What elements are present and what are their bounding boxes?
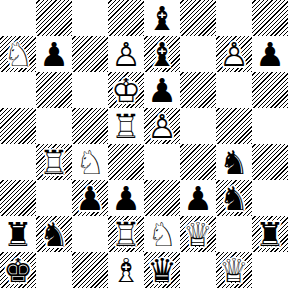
piece-glyph: ♞ bbox=[36, 216, 72, 252]
square-a2[interactable]: ♜♜ bbox=[0, 216, 36, 252]
square-c8[interactable] bbox=[72, 0, 108, 36]
square-a6[interactable] bbox=[0, 72, 36, 108]
piece-glyph: ♜ bbox=[252, 216, 288, 252]
piece-glyph: ♟ bbox=[72, 180, 108, 216]
white-knight-icon[interactable]: ♞♘ bbox=[0, 36, 36, 72]
piece-glyph: ♙ bbox=[144, 108, 180, 144]
square-g3[interactable]: ♞♞ bbox=[216, 180, 252, 216]
square-e4[interactable] bbox=[144, 144, 180, 180]
piece-glyph: ♖ bbox=[108, 108, 144, 144]
square-d8[interactable] bbox=[108, 0, 144, 36]
square-c7[interactable] bbox=[72, 36, 108, 72]
piece-glyph: ♟ bbox=[144, 72, 180, 108]
square-d2[interactable]: ♜♖ bbox=[108, 216, 144, 252]
square-h2[interactable]: ♜♜ bbox=[252, 216, 288, 252]
square-d3[interactable]: ♟♟ bbox=[108, 180, 144, 216]
white-queen-icon[interactable]: ♛♕ bbox=[216, 252, 252, 288]
piece-glyph: ♘ bbox=[0, 36, 36, 72]
square-e7[interactable]: ♝♝ bbox=[144, 36, 180, 72]
square-d1[interactable]: ♝♗ bbox=[108, 252, 144, 288]
square-f8[interactable] bbox=[180, 0, 216, 36]
square-h3[interactable] bbox=[252, 180, 288, 216]
square-f2[interactable]: ♛♕ bbox=[180, 216, 216, 252]
piece-glyph: ♞ bbox=[216, 180, 252, 216]
black-pawn-icon[interactable]: ♟♟ bbox=[252, 36, 288, 72]
square-c4[interactable]: ♞♘ bbox=[72, 144, 108, 180]
black-knight-icon[interactable]: ♞♞ bbox=[36, 216, 72, 252]
square-a4[interactable] bbox=[0, 144, 36, 180]
white-knight-icon[interactable]: ♞♘ bbox=[72, 144, 108, 180]
white-pawn-icon[interactable]: ♟♙ bbox=[108, 36, 144, 72]
black-king-icon[interactable]: ♚♚ bbox=[0, 252, 36, 288]
black-pawn-icon[interactable]: ♟♟ bbox=[144, 72, 180, 108]
piece-glyph: ♟ bbox=[252, 36, 288, 72]
piece-glyph: ♝ bbox=[144, 0, 180, 36]
square-g8[interactable] bbox=[216, 0, 252, 36]
square-e5[interactable]: ♟♙ bbox=[144, 108, 180, 144]
square-b8[interactable] bbox=[36, 0, 72, 36]
piece-glyph: ♔ bbox=[108, 72, 144, 108]
square-c5[interactable] bbox=[72, 108, 108, 144]
square-b4[interactable]: ♜♖ bbox=[36, 144, 72, 180]
black-rook-icon[interactable]: ♜♜ bbox=[0, 216, 36, 252]
square-f7[interactable] bbox=[180, 36, 216, 72]
piece-glyph: ♟ bbox=[108, 180, 144, 216]
piece-glyph: ♙ bbox=[216, 36, 252, 72]
white-queen-icon[interactable]: ♛♕ bbox=[180, 216, 216, 252]
square-b1[interactable] bbox=[36, 252, 72, 288]
square-a1[interactable]: ♚♚ bbox=[0, 252, 36, 288]
square-g4[interactable]: ♞♞ bbox=[216, 144, 252, 180]
piece-glyph: ♝ bbox=[144, 36, 180, 72]
square-g5[interactable] bbox=[216, 108, 252, 144]
square-h4[interactable] bbox=[252, 144, 288, 180]
square-d5[interactable]: ♜♖ bbox=[108, 108, 144, 144]
square-f1[interactable] bbox=[180, 252, 216, 288]
square-a5[interactable] bbox=[0, 108, 36, 144]
black-pawn-icon[interactable]: ♟♟ bbox=[72, 180, 108, 216]
square-h5[interactable] bbox=[252, 108, 288, 144]
square-a7[interactable]: ♞♘ bbox=[0, 36, 36, 72]
square-a3[interactable] bbox=[0, 180, 36, 216]
square-h8[interactable] bbox=[252, 0, 288, 36]
piece-glyph: ♖ bbox=[108, 216, 144, 252]
white-pawn-icon[interactable]: ♟♙ bbox=[144, 108, 180, 144]
black-bishop-icon[interactable]: ♝♝ bbox=[144, 0, 180, 36]
piece-glyph: ♛ bbox=[144, 252, 180, 288]
square-c6[interactable] bbox=[72, 72, 108, 108]
square-f4[interactable] bbox=[180, 144, 216, 180]
piece-glyph: ♕ bbox=[216, 252, 252, 288]
square-h6[interactable] bbox=[252, 72, 288, 108]
square-e2[interactable]: ♞♘ bbox=[144, 216, 180, 252]
square-f3[interactable]: ♟♟ bbox=[180, 180, 216, 216]
piece-glyph: ♖ bbox=[36, 144, 72, 180]
square-e3[interactable] bbox=[144, 180, 180, 216]
piece-glyph: ♞ bbox=[216, 144, 252, 180]
piece-glyph: ♟ bbox=[180, 180, 216, 216]
piece-glyph: ♘ bbox=[144, 216, 180, 252]
square-g7[interactable]: ♟♙ bbox=[216, 36, 252, 72]
white-bishop-icon[interactable]: ♝♗ bbox=[108, 252, 144, 288]
square-f6[interactable] bbox=[180, 72, 216, 108]
square-e6[interactable]: ♟♟ bbox=[144, 72, 180, 108]
square-c2[interactable] bbox=[72, 216, 108, 252]
square-b5[interactable] bbox=[36, 108, 72, 144]
piece-glyph: ♟ bbox=[36, 36, 72, 72]
square-b2[interactable]: ♞♞ bbox=[36, 216, 72, 252]
white-knight-icon[interactable]: ♞♘ bbox=[144, 216, 180, 252]
square-g6[interactable] bbox=[216, 72, 252, 108]
white-king-icon[interactable]: ♚♔ bbox=[108, 72, 144, 108]
white-pawn-icon[interactable]: ♟♙ bbox=[216, 36, 252, 72]
black-bishop-icon[interactable]: ♝♝ bbox=[144, 36, 180, 72]
square-d4[interactable] bbox=[108, 144, 144, 180]
piece-glyph: ♜ bbox=[0, 216, 36, 252]
square-c1[interactable] bbox=[72, 252, 108, 288]
square-d6[interactable]: ♚♔ bbox=[108, 72, 144, 108]
square-b6[interactable] bbox=[36, 72, 72, 108]
square-g1[interactable]: ♛♕ bbox=[216, 252, 252, 288]
square-d7[interactable]: ♟♙ bbox=[108, 36, 144, 72]
black-rook-icon[interactable]: ♜♜ bbox=[252, 216, 288, 252]
piece-glyph: ♘ bbox=[72, 144, 108, 180]
square-h1[interactable] bbox=[252, 252, 288, 288]
chess-board: ♝♝♞♘♟♟♟♙♝♝♟♙♟♟♚♔♟♟♜♖♟♙♜♖♞♘♞♞♟♟♟♟♟♟♞♞♜♜♞♞… bbox=[0, 0, 288, 288]
white-rook-icon[interactable]: ♜♖ bbox=[108, 216, 144, 252]
square-e8[interactable]: ♝♝ bbox=[144, 0, 180, 36]
white-rook-icon[interactable]: ♜♖ bbox=[36, 144, 72, 180]
piece-glyph: ♕ bbox=[180, 216, 216, 252]
black-queen-icon[interactable]: ♛♛ bbox=[144, 252, 180, 288]
black-pawn-icon[interactable]: ♟♟ bbox=[180, 180, 216, 216]
square-c3[interactable]: ♟♟ bbox=[72, 180, 108, 216]
square-b3[interactable] bbox=[36, 180, 72, 216]
piece-glyph: ♗ bbox=[108, 252, 144, 288]
black-pawn-icon[interactable]: ♟♟ bbox=[36, 36, 72, 72]
black-pawn-icon[interactable]: ♟♟ bbox=[108, 180, 144, 216]
square-e1[interactable]: ♛♛ bbox=[144, 252, 180, 288]
black-knight-icon[interactable]: ♞♞ bbox=[216, 180, 252, 216]
piece-glyph: ♚ bbox=[0, 252, 36, 288]
square-h7[interactable]: ♟♟ bbox=[252, 36, 288, 72]
square-f5[interactable] bbox=[180, 108, 216, 144]
square-g2[interactable] bbox=[216, 216, 252, 252]
square-a8[interactable] bbox=[0, 0, 36, 36]
piece-glyph: ♙ bbox=[108, 36, 144, 72]
white-rook-icon[interactable]: ♜♖ bbox=[108, 108, 144, 144]
square-b7[interactable]: ♟♟ bbox=[36, 36, 72, 72]
black-knight-icon[interactable]: ♞♞ bbox=[216, 144, 252, 180]
